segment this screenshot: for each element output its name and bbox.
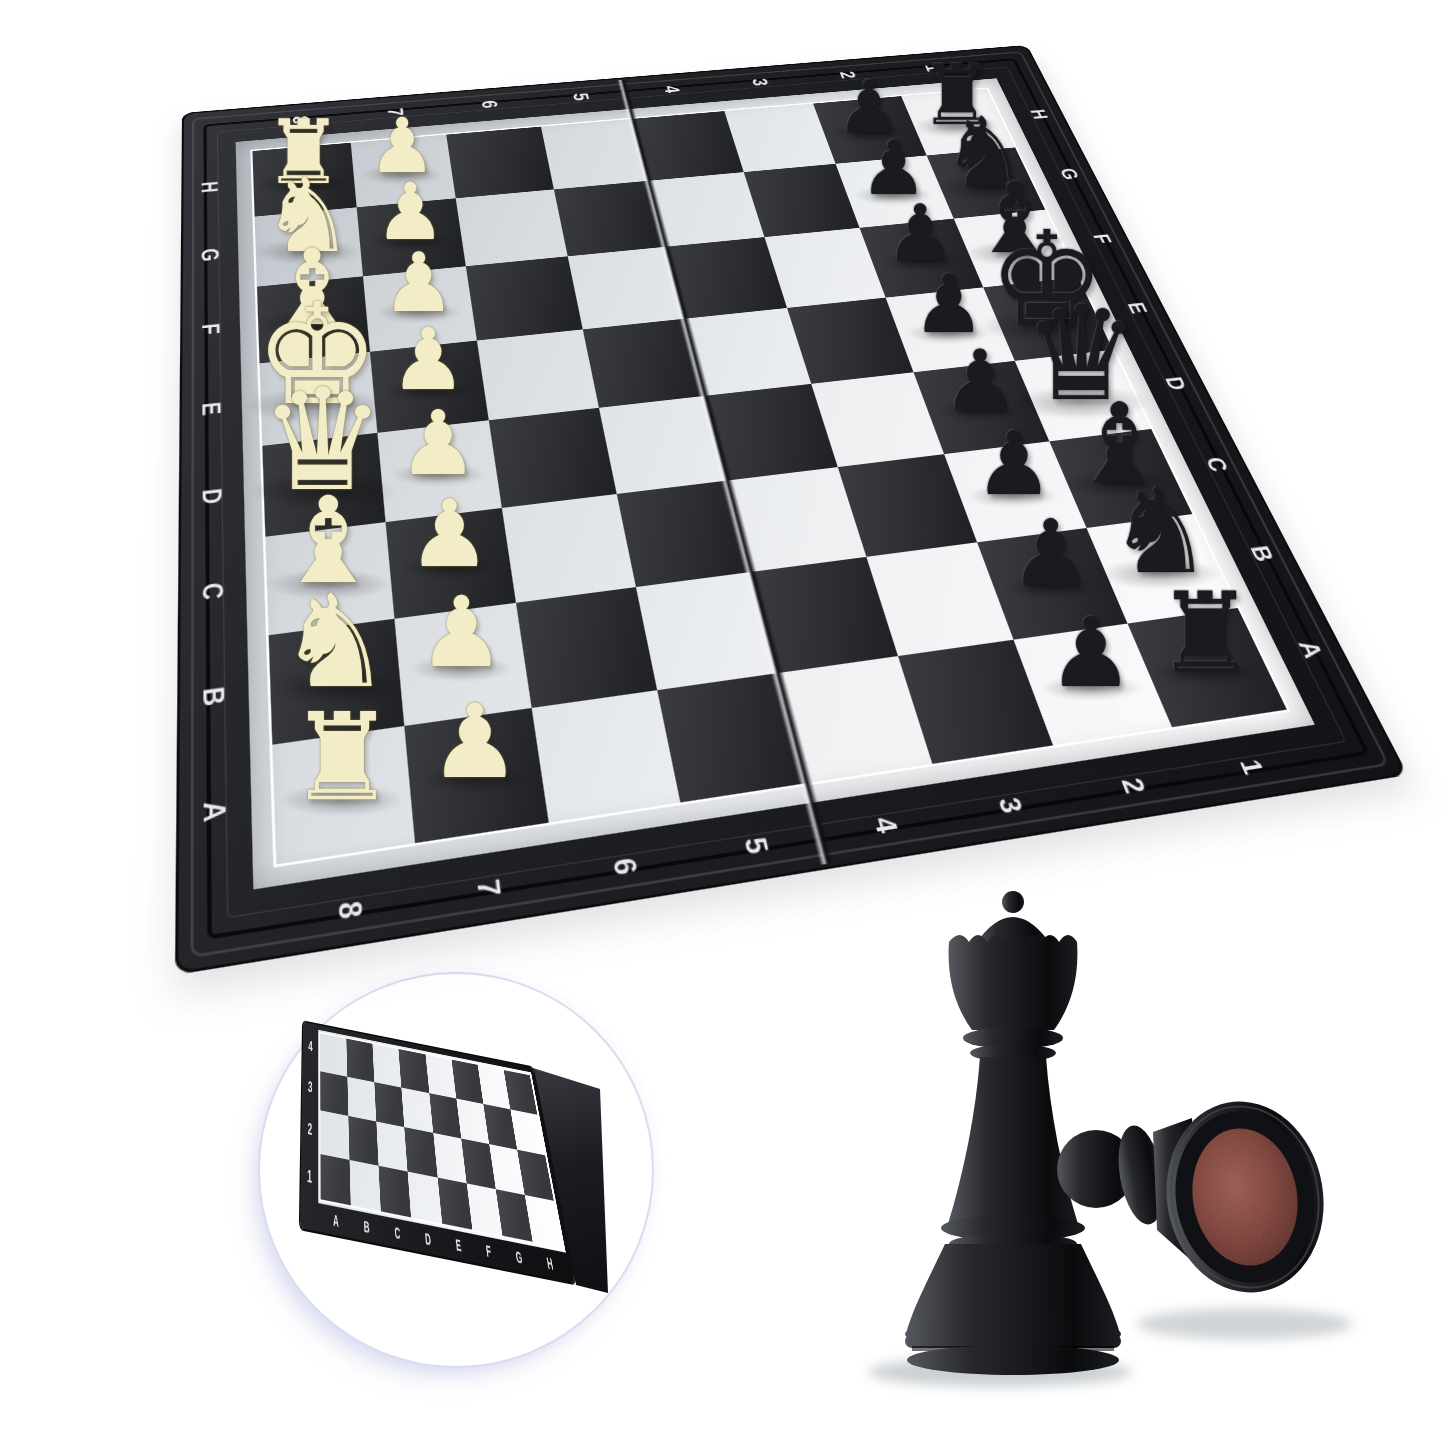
folded-square-c4 [373,1044,402,1087]
folded-square-c2 [377,1122,408,1171]
white-pawn[interactable]: ♟ [408,487,491,580]
folded-square-b2 [348,1116,378,1165]
pawn-glyph: ♟ [1048,597,1134,709]
folded-file-label-C: C [394,1225,401,1242]
pawn-glyph: ♟ [1009,501,1091,608]
folded-file-label-E: E [455,1237,462,1254]
pawn-glyph: ♟ [429,682,521,801]
folded-square-a4 [320,1033,347,1076]
folded-square-b1 [350,1159,381,1211]
folded-file-label-B: B [363,1219,369,1236]
rook-glyph: ♜ [288,686,396,826]
white-rook[interactable]: ♜ [288,696,396,817]
folded-square-a3 [320,1071,348,1116]
black-pawn[interactable]: ♟ [1009,509,1091,601]
folded-board-rank-labels: 4321 [300,1027,318,1203]
black-pawn[interactable]: ♟ [1048,605,1134,701]
white-pawn[interactable]: ♟ [398,398,478,487]
folded-rank-label-4: 4 [308,1039,312,1055]
folded-file-label-H: H [546,1255,555,1272]
folded-file-label-F: F [485,1243,492,1260]
folded-rank-label-2: 2 [307,1121,312,1139]
pawn-glyph: ♟ [408,479,491,587]
folded-square-a1 [320,1153,350,1205]
folded-file-label-D: D [424,1231,431,1248]
folded-rank-label-1: 1 [307,1167,312,1186]
folded-square-c1 [379,1165,412,1218]
pawn-glyph: ♟ [418,575,505,689]
folded-file-label-A: A [333,1213,339,1230]
folded-square-a2 [320,1110,349,1159]
rook-glyph: ♜ [1156,567,1255,696]
black-pawn[interactable]: ♟ [974,420,1053,508]
pieces-layer: ♜♟♟♜♞♟♟♞♝♟♟♝♚♟♟♚♛♟♟♛♝♟♟♝♞♟♟♞♜♟♟♜ [0,0,1445,1445]
black-rook[interactable]: ♜ [1156,577,1255,688]
pawn-glyph: ♟ [974,412,1053,515]
white-pawn[interactable]: ♟ [429,691,521,793]
folded-file-label-G: G [515,1249,524,1266]
folded-square-b4 [346,1039,374,1082]
black-pawn[interactable]: ♟ [942,339,1018,423]
folded-square-b3 [347,1076,376,1122]
white-pawn[interactable]: ♟ [418,584,505,682]
folded-rank-label-3: 3 [308,1079,313,1096]
folded-square-c3 [375,1081,405,1127]
